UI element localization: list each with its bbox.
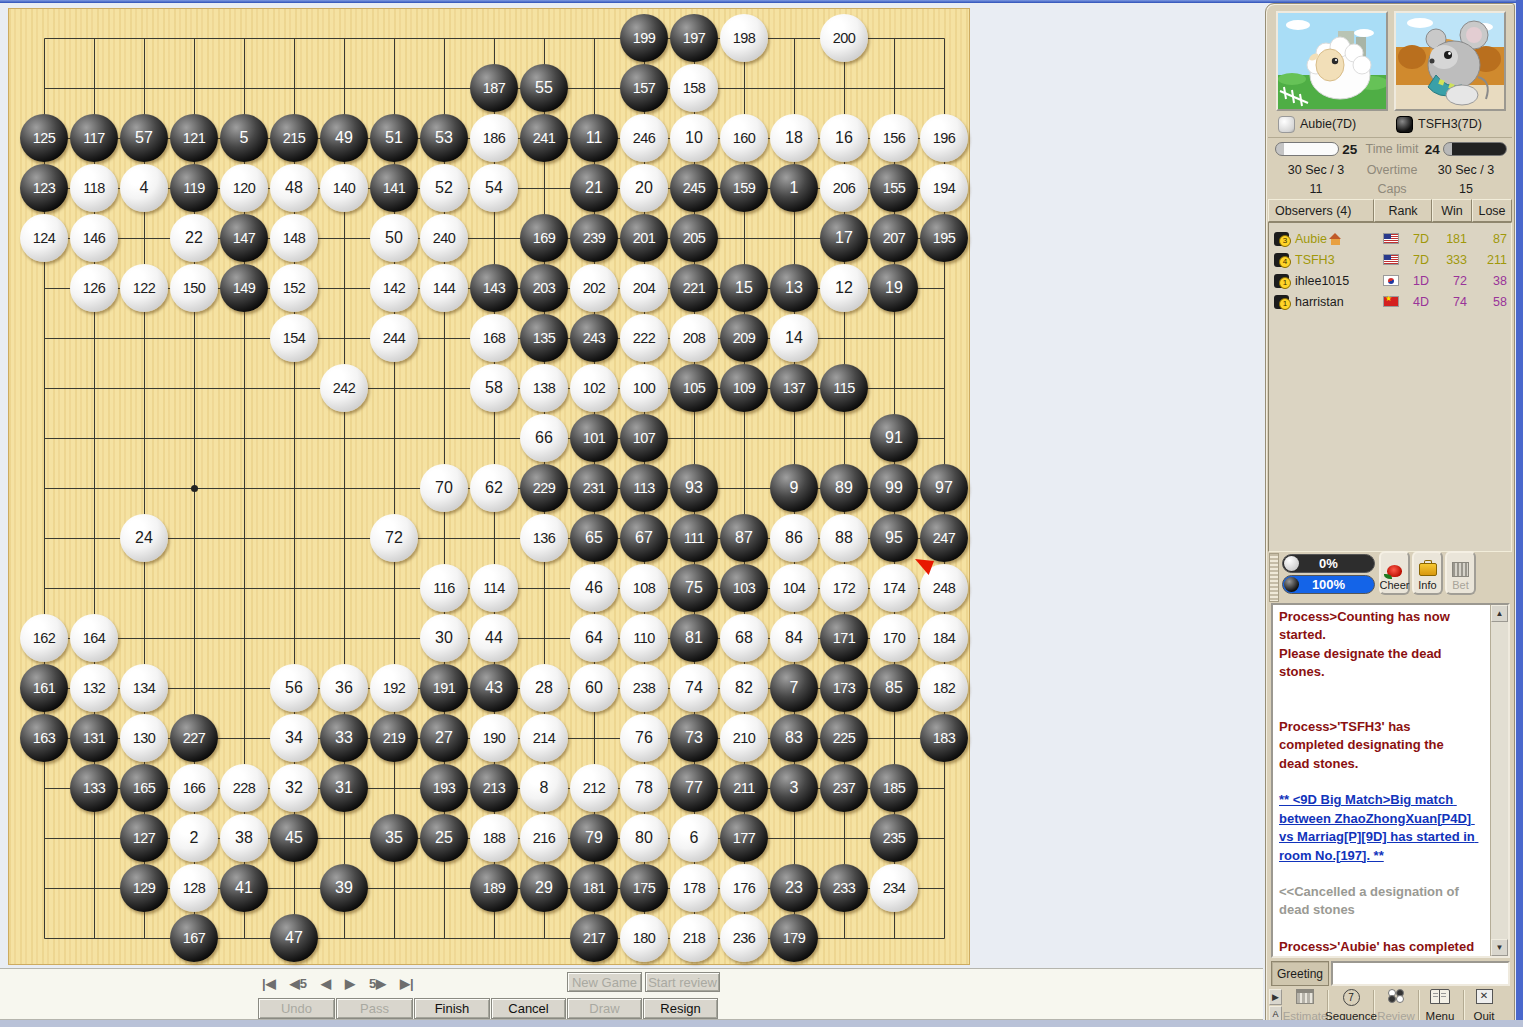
move-number: 113 xyxy=(633,480,655,496)
move-number: 41 xyxy=(235,879,253,897)
black-player-name: TSFH3(7D) xyxy=(1418,117,1482,131)
stone-white-70: 70 xyxy=(420,464,468,512)
move-number: 246 xyxy=(633,130,656,146)
chat-input[interactable] xyxy=(1331,961,1510,986)
move-number: 138 xyxy=(533,380,556,396)
move-number: 195 xyxy=(933,230,956,246)
black-score-bar: 100% xyxy=(1282,575,1375,594)
stone-white-222: 222 xyxy=(620,314,668,362)
move-number: 170 xyxy=(883,630,906,646)
cancel-button[interactable]: Cancel xyxy=(491,998,566,1019)
move-number: 133 xyxy=(83,780,106,796)
move-number: 95 xyxy=(885,529,903,547)
stone-black-85: 85 xyxy=(870,664,918,712)
black-score-pct: 100% xyxy=(1312,577,1345,592)
move-number: 207 xyxy=(883,230,906,246)
move-number: 137 xyxy=(783,380,806,396)
move-number: 204 xyxy=(633,280,656,296)
move-number: 39 xyxy=(335,879,353,897)
stone-black-79: 79 xyxy=(570,814,618,862)
move-number: 78 xyxy=(635,779,653,797)
chat-text: Process>'Aubie' has completed designatin… xyxy=(1279,939,1478,958)
quit-button[interactable]: ✕ Quit xyxy=(1462,989,1506,1022)
move-number: 144 xyxy=(433,280,456,296)
stone-black-235: 235 xyxy=(870,814,918,862)
expand-arrow-button[interactable]: ▶ xyxy=(1269,989,1282,1005)
move-number: 70 xyxy=(435,479,453,497)
stone-black-189: 189 xyxy=(470,864,518,912)
stone-white-216: 216 xyxy=(520,814,568,862)
move-number: 57 xyxy=(135,129,153,147)
move-number: 33 xyxy=(335,729,353,747)
stone-white-192: 192 xyxy=(370,664,418,712)
stone-black-55: 55 xyxy=(520,64,568,112)
move-number: 211 xyxy=(733,780,755,796)
stone-black-215: 215 xyxy=(270,114,318,162)
move-number: 241 xyxy=(533,130,556,146)
stone-black-201: 201 xyxy=(620,214,668,262)
stone-white-164: 164 xyxy=(70,614,118,662)
stone-white-204: 204 xyxy=(620,264,668,312)
stone-black-181: 181 xyxy=(570,864,618,912)
stone-white-188: 188 xyxy=(470,814,518,862)
estimate-button[interactable]: Estimate xyxy=(1283,989,1327,1022)
move-number: 79 xyxy=(585,829,603,847)
move-number: 158 xyxy=(683,80,706,96)
move-number: 115 xyxy=(833,380,855,396)
move-number: 185 xyxy=(883,780,906,796)
move-number: 38 xyxy=(235,829,253,847)
stone-black-29: 29 xyxy=(520,864,568,912)
stone-black-41: 41 xyxy=(220,864,268,912)
observers-list[interactable]: 3Aubie7D181874TSFH37D3332111ihlee10151D7… xyxy=(1268,222,1512,552)
stone-white-32: 32 xyxy=(270,764,318,812)
stone-white-234: 234 xyxy=(870,864,918,912)
move-number: 236 xyxy=(733,930,756,946)
move-number: 149 xyxy=(233,280,256,296)
move-number: 159 xyxy=(733,180,756,196)
move-number: 181 xyxy=(583,880,606,896)
move-number: 125 xyxy=(33,130,56,146)
stone-black-125: 125 xyxy=(20,114,68,162)
stone-white-170: 170 xyxy=(870,614,918,662)
stone-black-193: 193 xyxy=(420,764,468,812)
move-number: 177 xyxy=(733,830,756,846)
move-number: 174 xyxy=(883,580,906,596)
move-number: 180 xyxy=(633,930,656,946)
move-number: 109 xyxy=(733,380,756,396)
move-number: 229 xyxy=(533,480,556,496)
stone-white-46: 46 xyxy=(570,564,618,612)
move-number: 86 xyxy=(785,529,803,547)
stone-black-53: 53 xyxy=(420,114,468,162)
move-number: 222 xyxy=(633,330,656,346)
circled-7-icon: 7 xyxy=(1343,989,1360,1006)
stone-black-157: 157 xyxy=(620,64,668,112)
move-number: 148 xyxy=(283,230,306,246)
observer-row[interactable]: 4TSFH37D333211 xyxy=(1269,249,1511,270)
move-number: 172 xyxy=(833,580,856,596)
stone-white-134: 134 xyxy=(120,664,168,712)
stone-black-229: 229 xyxy=(520,464,568,512)
white-score-pct: 0% xyxy=(1319,556,1338,571)
white-time-main: 25 xyxy=(1342,142,1357,157)
stone-white-4: 4 xyxy=(120,164,168,212)
move-number: 164 xyxy=(83,630,106,646)
stone-white-194: 194 xyxy=(920,164,968,212)
observer-rank: 4D xyxy=(1399,295,1429,309)
move-number: 77 xyxy=(685,779,703,797)
move-number: 124 xyxy=(33,230,56,246)
move-number: 152 xyxy=(283,280,306,296)
black-overtime: 30 Sec / 3 xyxy=(1420,163,1512,177)
stone-black-33: 33 xyxy=(320,714,368,762)
stone-white-22: 22 xyxy=(170,214,218,262)
black-stone-icon xyxy=(1284,577,1299,592)
stone-white-52: 52 xyxy=(420,164,468,212)
move-number: 122 xyxy=(133,280,156,296)
stone-black-149: 149 xyxy=(220,264,268,312)
stone-black-39: 39 xyxy=(320,864,368,912)
stone-white-130: 130 xyxy=(120,714,168,762)
move-number: 3 xyxy=(790,779,799,797)
stone-white-132: 132 xyxy=(70,664,118,712)
move-number: 25 xyxy=(435,829,453,847)
move-number: 114 xyxy=(483,580,505,596)
stone-white-20: 20 xyxy=(620,164,668,212)
stone-white-38: 38 xyxy=(220,814,268,862)
move-number: 62 xyxy=(485,479,503,497)
scroll-up-arrow-icon[interactable]: ▲ xyxy=(1491,605,1508,622)
greeting-button[interactable]: Greeting xyxy=(1271,961,1329,986)
chat-scrollbar[interactable]: ▲ ▼ xyxy=(1490,605,1508,956)
nav-forward5-button[interactable]: 5▶ xyxy=(369,976,386,991)
stone-white-122: 122 xyxy=(120,264,168,312)
building-icon xyxy=(1452,562,1469,577)
move-number: 6 xyxy=(690,829,699,847)
stone-white-118: 118 xyxy=(70,164,118,212)
move-number: 163 xyxy=(33,730,56,746)
move-number: 55 xyxy=(535,79,553,97)
stone-white-6: 6 xyxy=(670,814,718,862)
move-number: 187 xyxy=(483,80,506,96)
finish-button[interactable]: Finish xyxy=(414,998,490,1019)
stone-white-218: 218 xyxy=(670,914,718,962)
move-number: 83 xyxy=(785,729,803,747)
move-number: 240 xyxy=(433,230,456,246)
stone-black-111: 111 xyxy=(670,514,718,562)
move-number: 239 xyxy=(583,230,606,246)
move-number: 237 xyxy=(833,780,856,796)
go-board[interactable]: 1991971982001875515715812511757121521549… xyxy=(8,8,970,965)
stone-black-121: 121 xyxy=(170,114,218,162)
chat-message: Process>'TSFH3' has completed designatin… xyxy=(1279,718,1477,773)
move-number: 209 xyxy=(733,330,756,346)
stone-black-101: 101 xyxy=(570,414,618,462)
move-number: 203 xyxy=(533,280,556,296)
move-number: 129 xyxy=(133,880,156,896)
stone-black-35: 35 xyxy=(370,814,418,862)
move-number: 14 xyxy=(785,329,803,347)
observer-row[interactable]: 3Aubie7D18187 xyxy=(1269,228,1511,249)
observer-rank: 7D xyxy=(1399,232,1429,246)
nav-back-button[interactable]: ◀ xyxy=(321,976,331,991)
white-player-name: Aubie(7D) xyxy=(1300,117,1356,131)
panel-toolbar: ▶ A Estimate 7 Sequence Review Menu xyxy=(1266,988,1514,1023)
stone-white-168: 168 xyxy=(470,314,518,362)
observers-win-col[interactable]: Win xyxy=(1432,199,1472,222)
stone-white-240: 240 xyxy=(420,214,468,262)
us-flag-icon xyxy=(1383,233,1399,244)
observer-lose: 211 xyxy=(1467,253,1507,267)
stone-white-138: 138 xyxy=(520,364,568,412)
stone-black-31: 31 xyxy=(320,764,368,812)
stone-black-159: 159 xyxy=(720,164,768,212)
stone-black-233: 233 xyxy=(820,864,868,912)
move-number: 147 xyxy=(233,230,256,246)
observer-name[interactable]: Aubie xyxy=(1295,232,1383,246)
chat-message: <<Cancelled a designation of dead stones xyxy=(1279,883,1477,920)
stone-black-137: 137 xyxy=(770,364,818,412)
stone-white-178: 178 xyxy=(670,864,718,912)
move-number: 20 xyxy=(635,179,653,197)
move-number: 73 xyxy=(685,729,703,747)
move-number: 214 xyxy=(533,730,556,746)
move-number: 166 xyxy=(183,780,206,796)
stone-white-196: 196 xyxy=(920,114,968,162)
chat-text: <<Cancelled a designation of dead stones xyxy=(1279,884,1463,917)
move-number: 31 xyxy=(335,779,353,797)
chat-messages: Process>Counting has now started. Please… xyxy=(1279,608,1477,958)
review-button[interactable]: Review xyxy=(1374,989,1418,1022)
stone-white-66: 66 xyxy=(520,414,568,462)
move-number: 188 xyxy=(483,830,506,846)
stone-white-172: 172 xyxy=(820,564,868,612)
stone-black-165: 165 xyxy=(120,764,168,812)
stone-black-97: 97 xyxy=(920,464,968,512)
move-number: 19 xyxy=(885,279,903,297)
move-number: 58 xyxy=(485,379,503,397)
move-number: 155 xyxy=(883,180,906,196)
stone-white-30: 30 xyxy=(420,614,468,662)
info-button[interactable]: Info xyxy=(1412,551,1443,595)
move-number: 234 xyxy=(883,880,906,896)
move-number: 235 xyxy=(883,830,906,846)
chat-text: Process>'TSFH3' has completed designatin… xyxy=(1279,719,1447,771)
nav-back5-button[interactable]: ◀5 xyxy=(290,976,307,991)
house-icon xyxy=(1329,233,1342,245)
chat-log[interactable]: Process>Counting has now started. Please… xyxy=(1271,603,1510,958)
stone-black-243: 243 xyxy=(570,314,618,362)
stone-black-239: 239 xyxy=(570,214,618,262)
stone-white-246: 246 xyxy=(620,114,668,162)
stone-black-115: 115 xyxy=(820,364,868,412)
move-number: 1 xyxy=(790,179,799,197)
stone-white-190: 190 xyxy=(470,714,518,762)
white-overtime: 30 Sec / 3 xyxy=(1268,163,1364,177)
move-number: 48 xyxy=(285,179,303,197)
stone-white-124: 124 xyxy=(20,214,68,262)
move-number: 100 xyxy=(633,380,656,396)
stone-black-117: 117 xyxy=(70,114,118,162)
move-number: 120 xyxy=(233,180,256,196)
move-number: 116 xyxy=(433,580,455,596)
move-number: 183 xyxy=(933,730,956,746)
move-number: 233 xyxy=(833,880,856,896)
stone-white-28: 28 xyxy=(520,664,568,712)
stone-black-5: 5 xyxy=(220,114,268,162)
observers-lose-col[interactable]: Lose xyxy=(1472,199,1512,222)
stone-white-146: 146 xyxy=(70,214,118,262)
observer-name[interactable]: harristan xyxy=(1295,295,1383,309)
move-number: 87 xyxy=(735,529,753,547)
nav-last-button[interactable]: ▶| xyxy=(400,976,414,991)
new-game-button[interactable]: New Game xyxy=(567,972,642,992)
window-border-bottom xyxy=(0,1020,1523,1027)
move-number: 198 xyxy=(733,30,756,46)
kr-flag-icon xyxy=(1383,275,1399,286)
nav-forward-button[interactable]: ▶ xyxy=(345,976,355,991)
observer-name[interactable]: ihlee1015 xyxy=(1295,274,1383,288)
stone-black-227: 227 xyxy=(170,714,218,762)
stone-white-86: 86 xyxy=(770,514,818,562)
move-number: 17 xyxy=(835,229,853,247)
menu-button[interactable]: Menu xyxy=(1418,989,1462,1022)
stone-white-212: 212 xyxy=(570,764,618,812)
move-number: 60 xyxy=(585,679,603,697)
time-panel: 25 Time limit 24 30 Sec / 3 Overtime 30 … xyxy=(1268,137,1512,200)
move-number: 16 xyxy=(835,129,853,147)
resign-button[interactable]: Resign xyxy=(643,998,718,1019)
move-number: 135 xyxy=(533,330,556,346)
stone-white-114: 114 xyxy=(470,564,518,612)
big-match-link[interactable]: ** <9D Big Match>Big match between ZhaoZ… xyxy=(1279,792,1478,862)
chat-message: ** <9D Big Match>Big match between ZhaoZ… xyxy=(1279,791,1477,865)
stone-black-155: 155 xyxy=(870,164,918,212)
scroll-down-arrow-icon[interactable]: ▼ xyxy=(1491,939,1508,956)
observers-title[interactable]: Observers (4) xyxy=(1268,199,1374,222)
move-number: 165 xyxy=(133,780,156,796)
white-score-bar: 0% xyxy=(1282,554,1375,573)
move-number: 4 xyxy=(140,179,149,197)
move-number: 102 xyxy=(583,380,606,396)
stone-black-89: 89 xyxy=(820,464,868,512)
stone-black-171: 171 xyxy=(820,614,868,662)
bet-button[interactable]: Bet xyxy=(1445,551,1476,595)
stone-black-75: 75 xyxy=(670,564,718,612)
time-limit-label: Time limit xyxy=(1364,142,1420,156)
window-border-right xyxy=(1516,0,1523,1027)
undo-button[interactable]: Undo xyxy=(258,998,335,1019)
observers-rank-col[interactable]: Rank xyxy=(1374,199,1432,222)
black-stone-icon xyxy=(1396,116,1413,133)
move-number: 75 xyxy=(685,579,703,597)
start-review-button[interactable]: Start review xyxy=(645,972,720,992)
stone-black-13: 13 xyxy=(770,264,818,312)
app-window: 1991971982001875515715812511757121521549… xyxy=(0,0,1523,1027)
stone-black-103: 103 xyxy=(720,564,768,612)
stone-black-77: 77 xyxy=(670,764,718,812)
observer-rank: 1D xyxy=(1399,274,1429,288)
observer-row[interactable]: 1ihlee10151D7238 xyxy=(1269,270,1511,291)
move-number: 168 xyxy=(483,330,506,346)
move-number: 65 xyxy=(585,529,603,547)
stone-white-128: 128 xyxy=(170,864,218,912)
move-number: 10 xyxy=(685,129,703,147)
caps-label: Caps xyxy=(1364,182,1420,196)
pass-button[interactable]: Pass xyxy=(336,998,413,1019)
move-number: 160 xyxy=(733,130,756,146)
move-number: 54 xyxy=(485,179,503,197)
chat-message: Process>Counting has now started. Please… xyxy=(1279,608,1477,682)
chat-text: Process>Counting has now started. Please… xyxy=(1279,609,1453,679)
nav-first-button[interactable]: |◀ xyxy=(262,976,276,991)
observer-win: 333 xyxy=(1429,253,1467,267)
move-number: 154 xyxy=(283,330,306,346)
move-number: 111 xyxy=(684,530,705,546)
move-number: 210 xyxy=(733,730,756,746)
stone-white-242: 242 xyxy=(320,364,368,412)
cheer-button[interactable]: Cheer xyxy=(1379,551,1410,595)
move-number: 245 xyxy=(683,180,706,196)
move-number: 221 xyxy=(683,280,706,296)
move-number: 72 xyxy=(385,529,403,547)
move-number: 51 xyxy=(385,129,403,147)
stone-white-166: 166 xyxy=(170,764,218,812)
move-number: 49 xyxy=(335,129,353,147)
stone-black-1: 1 xyxy=(770,164,818,212)
stone-white-56: 56 xyxy=(270,664,318,712)
stone-white-100: 100 xyxy=(620,364,668,412)
stone-white-140: 140 xyxy=(320,164,368,212)
move-number: 219 xyxy=(383,730,406,746)
stone-black-23: 23 xyxy=(770,864,818,912)
observer-row[interactable]: 1harristan4D7458 xyxy=(1269,291,1511,312)
move-number: 131 xyxy=(83,730,106,746)
stone-white-174: 174 xyxy=(870,564,918,612)
stone-black-247: 247 xyxy=(920,514,968,562)
stone-black-107: 107 xyxy=(620,414,668,462)
stone-black-45: 45 xyxy=(270,814,318,862)
black-time-bar xyxy=(1443,142,1507,156)
move-number: 244 xyxy=(383,330,406,346)
move-number: 50 xyxy=(385,229,403,247)
move-number: 97 xyxy=(935,479,953,497)
white-time-bar-cell: 25 xyxy=(1268,142,1364,157)
draw-button[interactable]: Draw xyxy=(567,998,642,1019)
move-number: 176 xyxy=(733,880,756,896)
black-time-main: 24 xyxy=(1425,142,1440,157)
sequence-button[interactable]: 7 Sequence xyxy=(1329,989,1373,1022)
move-number: 162 xyxy=(33,630,56,646)
stone-white-156: 156 xyxy=(870,114,918,162)
stone-black-11: 11 xyxy=(570,114,618,162)
stone-white-142: 142 xyxy=(370,264,418,312)
boxed-x-icon: ✕ xyxy=(1476,989,1493,1004)
move-number: 29 xyxy=(535,879,553,897)
move-number: 141 xyxy=(383,180,406,196)
stone-black-185: 185 xyxy=(870,764,918,812)
move-number: 156 xyxy=(883,130,906,146)
stone-white-236: 236 xyxy=(720,914,768,962)
observer-name[interactable]: TSFH3 xyxy=(1295,253,1383,267)
move-number: 91 xyxy=(885,429,903,447)
stone-black-221: 221 xyxy=(670,264,718,312)
move-number: 21 xyxy=(585,179,603,197)
observer-win: 74 xyxy=(1429,295,1467,309)
stone-white-144: 144 xyxy=(420,264,468,312)
move-number: 56 xyxy=(285,679,303,697)
